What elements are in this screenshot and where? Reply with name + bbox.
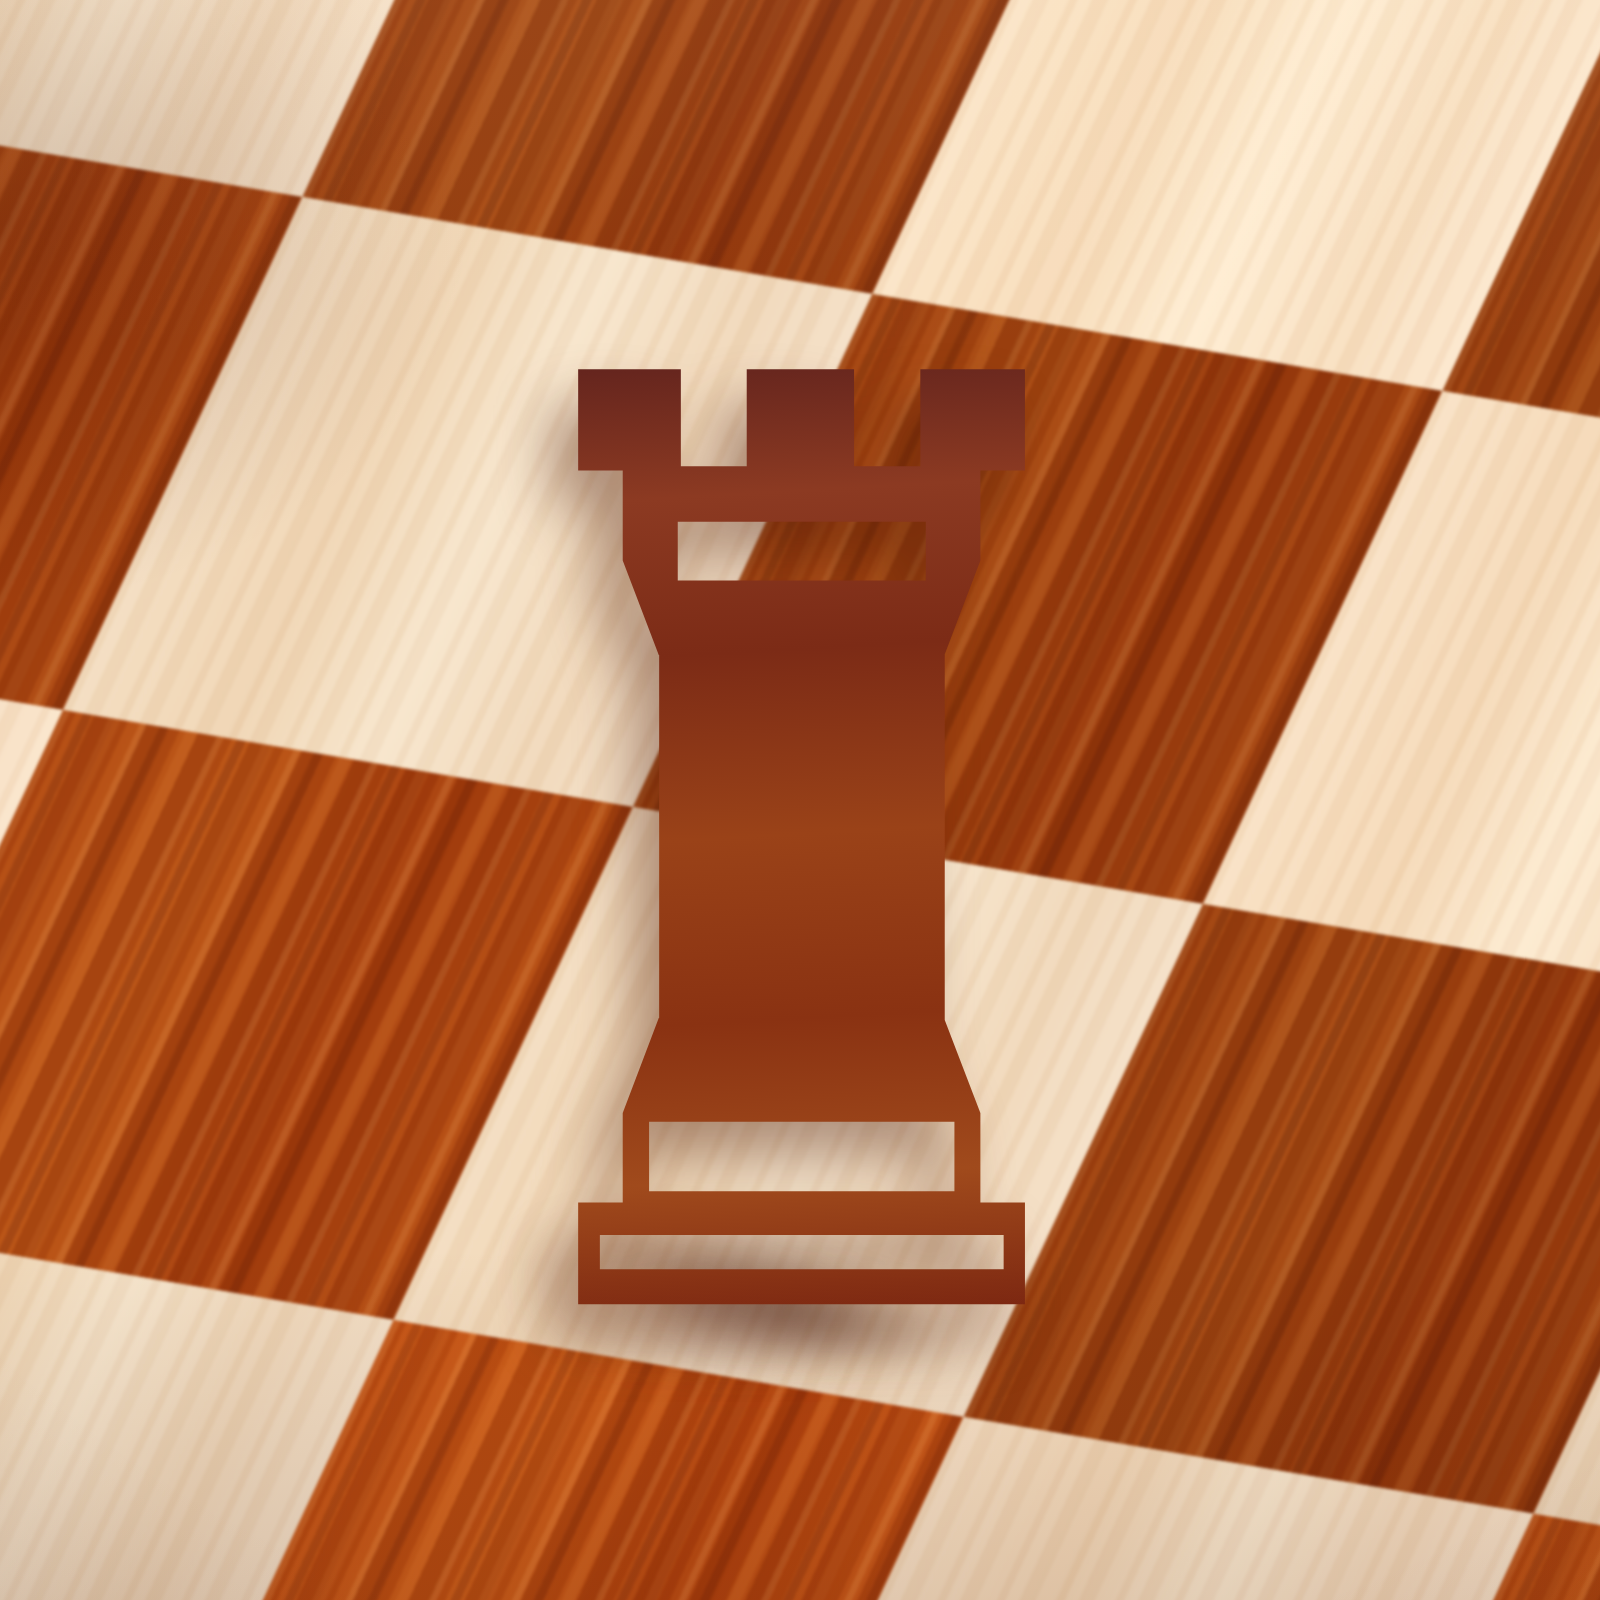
dark-rook-piece: ♜ — [512, 360, 1092, 1360]
photo-canvas: ♜ — [0, 0, 1600, 1600]
rook-glyph: ♜ — [446, 220, 1157, 1500]
